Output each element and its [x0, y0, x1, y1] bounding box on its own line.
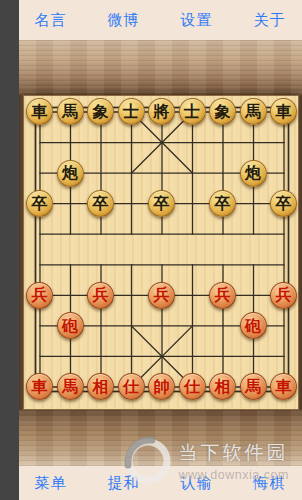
board-point[interactable]: 兵 [268, 280, 299, 311]
board-point[interactable]: 帥 [146, 372, 177, 403]
bottom-bar: 菜单 提和 认输 悔棋 [19, 466, 302, 500]
undo-move-button[interactable]: 悔棋 [254, 474, 286, 493]
board-point[interactable] [24, 158, 55, 189]
piece-black-general[interactable]: 將 [148, 98, 175, 125]
board-point[interactable]: 兵 [207, 280, 238, 311]
board-point[interactable] [146, 219, 177, 250]
board-point[interactable] [85, 127, 116, 158]
board-point[interactable]: 仕 [177, 372, 208, 403]
piece-red-soldier[interactable]: 兵 [87, 282, 114, 309]
board-point[interactable]: 車 [268, 372, 299, 403]
board[interactable]: 車馬象士將士象馬車炮炮卒卒卒卒卒兵兵兵兵兵砲砲車馬相仕帥仕相馬車 [23, 95, 299, 410]
board-point[interactable] [177, 280, 208, 311]
piece-red-chariot[interactable]: 車 [26, 373, 53, 400]
piece-red-soldier[interactable]: 兵 [209, 282, 236, 309]
board-point[interactable] [55, 341, 86, 372]
piece-red-chariot[interactable]: 車 [270, 373, 297, 400]
piece-black-elephant[interactable]: 象 [209, 98, 236, 125]
piece-red-horse[interactable]: 馬 [57, 373, 84, 400]
board-point[interactable] [85, 158, 116, 189]
board-point[interactable] [207, 311, 238, 342]
offer-draw-button[interactable]: 提和 [108, 474, 140, 493]
board-point[interactable] [85, 219, 116, 250]
board-point[interactable] [55, 127, 86, 158]
board-point[interactable]: 車 [268, 97, 299, 128]
board-point[interactable]: 仕 [116, 372, 147, 403]
board-point[interactable]: 士 [116, 97, 147, 128]
board-point[interactable] [116, 311, 147, 342]
board-point[interactable] [116, 280, 147, 311]
board-point[interactable] [24, 219, 55, 250]
board-point[interactable] [24, 311, 55, 342]
board-point[interactable] [146, 158, 177, 189]
board-point[interactable] [238, 127, 269, 158]
board-point[interactable] [55, 219, 86, 250]
piece-black-chariot[interactable]: 車 [270, 98, 297, 125]
resign-button[interactable]: 认输 [181, 474, 213, 493]
board-point[interactable]: 卒 [207, 188, 238, 219]
board-point[interactable]: 象 [85, 97, 116, 128]
board-point[interactable] [177, 188, 208, 219]
board-point[interactable] [116, 188, 147, 219]
piece-red-soldier[interactable]: 兵 [26, 282, 53, 309]
board-point[interactable]: 兵 [85, 280, 116, 311]
piece-red-soldier[interactable]: 兵 [148, 282, 175, 309]
board-point[interactable]: 車 [24, 372, 55, 403]
board-point[interactable] [146, 341, 177, 372]
board-point[interactable]: 卒 [146, 188, 177, 219]
piece-black-soldier[interactable]: 卒 [209, 190, 236, 217]
board-point[interactable] [177, 127, 208, 158]
board-point[interactable] [116, 219, 147, 250]
board-point[interactable] [177, 249, 208, 280]
board-point[interactable] [146, 249, 177, 280]
board-point[interactable]: 馬 [55, 97, 86, 128]
board-point[interactable] [268, 127, 299, 158]
board-point[interactable] [116, 249, 147, 280]
board-point[interactable]: 炮 [238, 158, 269, 189]
board-point[interactable]: 馬 [238, 97, 269, 128]
board-point[interactable] [116, 341, 147, 372]
board-point[interactable] [207, 127, 238, 158]
piece-black-soldier[interactable]: 卒 [148, 190, 175, 217]
board-point[interactable]: 卒 [85, 188, 116, 219]
board-point[interactable]: 相 [85, 372, 116, 403]
board-point[interactable]: 車 [24, 97, 55, 128]
board-point[interactable] [177, 219, 208, 250]
piece-black-elephant[interactable]: 象 [87, 98, 114, 125]
about-button[interactable]: 关于 [254, 11, 286, 30]
board-point[interactable]: 馬 [238, 372, 269, 403]
board-point[interactable]: 砲 [238, 311, 269, 342]
board-point[interactable] [238, 249, 269, 280]
board-point[interactable]: 將 [146, 97, 177, 128]
board-point[interactable]: 象 [207, 97, 238, 128]
board-point[interactable] [268, 219, 299, 250]
piece-red-elephant[interactable]: 相 [87, 373, 114, 400]
board-area: 車馬象士將士象馬車炮炮卒卒卒卒卒兵兵兵兵兵砲砲車馬相仕帥仕相馬車 [19, 95, 302, 410]
piece-black-advisor[interactable]: 士 [179, 98, 206, 125]
settings-button[interactable]: 设置 [181, 11, 213, 30]
board-grid: 車馬象士將士象馬車炮炮卒卒卒卒卒兵兵兵兵兵砲砲車馬相仕帥仕相馬車 [24, 97, 299, 402]
board-point[interactable]: 馬 [55, 372, 86, 403]
piece-black-chariot[interactable]: 車 [26, 98, 53, 125]
board-point[interactable] [116, 127, 147, 158]
board-point[interactable] [207, 249, 238, 280]
board-point[interactable]: 卒 [268, 188, 299, 219]
board-point[interactable] [85, 341, 116, 372]
board-point[interactable]: 相 [207, 372, 238, 403]
board-point[interactable] [177, 158, 208, 189]
board-point[interactable] [177, 341, 208, 372]
board-point[interactable]: 砲 [55, 311, 86, 342]
piece-black-horse[interactable]: 馬 [57, 98, 84, 125]
piece-red-advisor[interactable]: 仕 [179, 373, 206, 400]
piece-black-soldier[interactable]: 卒 [270, 190, 297, 217]
board-point[interactable] [238, 188, 269, 219]
piece-red-soldier[interactable]: 兵 [270, 282, 297, 309]
top-bar: 名言 微博 设置 关于 [19, 0, 302, 40]
board-point[interactable] [238, 341, 269, 372]
quotes-button[interactable]: 名言 [35, 11, 67, 30]
board-point[interactable]: 兵 [146, 280, 177, 311]
board-point[interactable] [116, 158, 147, 189]
board-point[interactable] [24, 127, 55, 158]
board-point[interactable] [238, 219, 269, 250]
board-point[interactable] [207, 158, 238, 189]
board-point[interactable] [55, 249, 86, 280]
board-point[interactable] [55, 188, 86, 219]
wood-frame-top [19, 40, 302, 95]
board-point[interactable] [85, 311, 116, 342]
menu-button[interactable]: 菜单 [35, 474, 67, 493]
board-point[interactable]: 卒 [24, 188, 55, 219]
piece-red-cannon[interactable]: 砲 [240, 312, 267, 339]
board-point[interactable]: 炮 [55, 158, 86, 189]
piece-red-horse[interactable]: 馬 [240, 373, 267, 400]
board-point[interactable] [268, 341, 299, 372]
wood-frame-bottom [19, 410, 302, 466]
piece-black-horse[interactable]: 馬 [240, 98, 267, 125]
piece-black-soldier[interactable]: 卒 [26, 190, 53, 217]
board-point[interactable] [268, 158, 299, 189]
board-point[interactable]: 士 [177, 97, 208, 128]
app-window: 名言 微博 设置 关于 [19, 0, 302, 500]
board-point[interactable] [268, 249, 299, 280]
board-point[interactable] [24, 341, 55, 372]
board-point[interactable] [85, 249, 116, 280]
board-point[interactable] [207, 341, 238, 372]
piece-black-soldier[interactable]: 卒 [87, 190, 114, 217]
board-point[interactable] [207, 219, 238, 250]
board-point[interactable] [177, 311, 208, 342]
weibo-button[interactable]: 微博 [108, 11, 140, 30]
piece-red-advisor[interactable]: 仕 [118, 373, 145, 400]
board-point[interactable] [268, 311, 299, 342]
board-point[interactable] [146, 127, 177, 158]
board-point[interactable] [238, 280, 269, 311]
piece-red-elephant[interactable]: 相 [209, 373, 236, 400]
board-point[interactable] [24, 249, 55, 280]
piece-red-general[interactable]: 帥 [148, 373, 175, 400]
piece-black-advisor[interactable]: 士 [118, 98, 145, 125]
board-point[interactable] [146, 311, 177, 342]
board-point[interactable] [55, 280, 86, 311]
board-point[interactable]: 兵 [24, 280, 55, 311]
piece-red-cannon[interactable]: 砲 [57, 312, 84, 339]
piece-black-cannon[interactable]: 炮 [240, 160, 267, 187]
piece-black-cannon[interactable]: 炮 [57, 160, 84, 187]
